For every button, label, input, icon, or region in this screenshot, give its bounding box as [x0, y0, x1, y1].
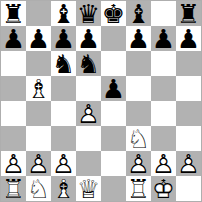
square-h1[interactable] — [176, 176, 201, 201]
square-a3[interactable] — [1, 126, 26, 151]
square-d7[interactable]: ♟ — [76, 26, 101, 51]
square-d8[interactable]: ♛ — [76, 1, 101, 26]
square-c7[interactable]: ♟ — [51, 26, 76, 51]
white-pawn-piece: ♟♙ — [151, 151, 176, 176]
square-g6[interactable] — [151, 51, 176, 76]
square-g1[interactable]: ♚♔ — [151, 176, 176, 201]
square-a4[interactable] — [1, 101, 26, 126]
square-a8[interactable]: ♜ — [1, 1, 26, 26]
square-d3[interactable] — [76, 126, 101, 151]
square-d6[interactable]: ♞ — [76, 51, 101, 76]
white-pawn-piece: ♟♙ — [76, 101, 101, 126]
square-g7[interactable]: ♟ — [151, 26, 176, 51]
square-f1[interactable]: ♜♖ — [126, 176, 151, 201]
square-e6[interactable] — [101, 51, 126, 76]
square-h3[interactable] — [176, 126, 201, 151]
square-b7[interactable]: ♟ — [26, 26, 51, 51]
white-pawn-piece: ♟♙ — [51, 151, 76, 176]
square-b8[interactable] — [26, 1, 51, 26]
square-f8[interactable]: ♝ — [126, 1, 151, 26]
square-h5[interactable] — [176, 76, 201, 101]
square-b6[interactable] — [26, 51, 51, 76]
black-pawn-piece: ♟ — [76, 26, 101, 51]
black-pawn-piece: ♟ — [151, 26, 176, 51]
square-e5[interactable]: ♟ — [101, 76, 126, 101]
square-h4[interactable] — [176, 101, 201, 126]
square-f6[interactable] — [126, 51, 151, 76]
square-c8[interactable]: ♝ — [51, 1, 76, 26]
square-g5[interactable] — [151, 76, 176, 101]
black-knight-piece: ♞ — [51, 51, 76, 76]
white-pawn-piece: ♟♙ — [126, 151, 151, 176]
chess-board: ♜♝♛♚♝♜♟♟♟♟♟♟♟♞♞♝♗♟♟♙♞♘♟♙♟♙♟♙♟♙♟♙♟♙♜♖♞♘♝♗… — [1, 1, 201, 201]
square-c4[interactable] — [51, 101, 76, 126]
square-d4[interactable]: ♟♙ — [76, 101, 101, 126]
white-bishop-piece: ♝♗ — [26, 76, 51, 101]
square-e4[interactable] — [101, 101, 126, 126]
square-e3[interactable] — [101, 126, 126, 151]
black-pawn-piece: ♟ — [51, 26, 76, 51]
square-e8[interactable]: ♚ — [101, 1, 126, 26]
square-g8[interactable] — [151, 1, 176, 26]
white-king-piece: ♚♔ — [151, 176, 176, 201]
black-queen-piece: ♛ — [76, 1, 101, 26]
black-rook-piece: ♜ — [1, 1, 26, 26]
square-h8[interactable]: ♜ — [176, 1, 201, 26]
square-c2[interactable]: ♟♙ — [51, 151, 76, 176]
square-h2[interactable]: ♟♙ — [176, 151, 201, 176]
white-pawn-piece: ♟♙ — [1, 151, 26, 176]
square-g3[interactable] — [151, 126, 176, 151]
square-f4[interactable] — [126, 101, 151, 126]
black-bishop-piece: ♝ — [126, 1, 151, 26]
square-c6[interactable]: ♞ — [51, 51, 76, 76]
square-a7[interactable]: ♟ — [1, 26, 26, 51]
square-e7[interactable] — [101, 26, 126, 51]
square-h7[interactable]: ♟ — [176, 26, 201, 51]
square-b4[interactable] — [26, 101, 51, 126]
square-h6[interactable] — [176, 51, 201, 76]
square-f5[interactable] — [126, 76, 151, 101]
square-a6[interactable] — [1, 51, 26, 76]
square-d1[interactable]: ♛♕ — [76, 176, 101, 201]
square-d5[interactable] — [76, 76, 101, 101]
black-pawn-piece: ♟ — [101, 76, 126, 101]
square-f7[interactable]: ♟ — [126, 26, 151, 51]
square-f3[interactable]: ♞♘ — [126, 126, 151, 151]
square-d2[interactable] — [76, 151, 101, 176]
white-bishop-piece: ♝♗ — [51, 176, 76, 201]
square-a1[interactable]: ♜♖ — [1, 176, 26, 201]
chess-board-frame: ♜♝♛♚♝♜♟♟♟♟♟♟♟♞♞♝♗♟♟♙♞♘♟♙♟♙♟♙♟♙♟♙♟♙♜♖♞♘♝♗… — [0, 0, 202, 202]
square-c3[interactable] — [51, 126, 76, 151]
black-pawn-piece: ♟ — [26, 26, 51, 51]
white-knight-piece: ♞♘ — [126, 126, 151, 151]
white-knight-piece: ♞♘ — [26, 176, 51, 201]
square-e1[interactable] — [101, 176, 126, 201]
square-g4[interactable] — [151, 101, 176, 126]
square-g2[interactable]: ♟♙ — [151, 151, 176, 176]
white-pawn-piece: ♟♙ — [26, 151, 51, 176]
square-f2[interactable]: ♟♙ — [126, 151, 151, 176]
black-bishop-piece: ♝ — [51, 1, 76, 26]
white-rook-piece: ♜♖ — [126, 176, 151, 201]
black-knight-piece: ♞ — [76, 51, 101, 76]
white-rook-piece: ♜♖ — [1, 176, 26, 201]
square-b1[interactable]: ♞♘ — [26, 176, 51, 201]
black-pawn-piece: ♟ — [1, 26, 26, 51]
square-b3[interactable] — [26, 126, 51, 151]
black-pawn-piece: ♟ — [126, 26, 151, 51]
square-c5[interactable] — [51, 76, 76, 101]
square-c1[interactable]: ♝♗ — [51, 176, 76, 201]
square-a5[interactable] — [1, 76, 26, 101]
black-king-piece: ♚ — [101, 1, 126, 26]
square-b2[interactable]: ♟♙ — [26, 151, 51, 176]
square-b5[interactable]: ♝♗ — [26, 76, 51, 101]
white-pawn-piece: ♟♙ — [176, 151, 201, 176]
square-a2[interactable]: ♟♙ — [1, 151, 26, 176]
black-rook-piece: ♜ — [176, 1, 201, 26]
white-queen-piece: ♛♕ — [76, 176, 101, 201]
square-e2[interactable] — [101, 151, 126, 176]
black-pawn-piece: ♟ — [176, 26, 201, 51]
